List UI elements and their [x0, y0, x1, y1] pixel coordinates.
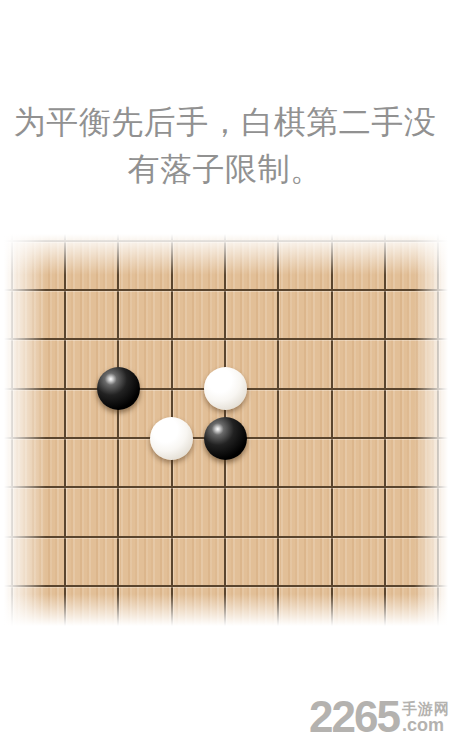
black-stone: [97, 367, 140, 410]
grid-line-vertical: [384, 233, 386, 628]
white-stone: [150, 417, 193, 460]
grid-line-vertical: [11, 233, 13, 628]
watermark-number: 2265: [309, 699, 399, 735]
tutorial-caption: 为平衡先后手，白棋第二手没 有落子限制。: [0, 99, 450, 193]
grid-line-vertical: [277, 233, 279, 628]
caption-line-2: 有落子限制。: [0, 146, 450, 193]
watermark-site-name: 手游网: [402, 701, 450, 716]
grid-line-vertical: [117, 233, 119, 628]
grid-line-horizontal: [0, 585, 450, 587]
grid-line-vertical: [64, 233, 66, 628]
grid-line-horizontal: [0, 289, 450, 291]
grid-line-horizontal: [0, 338, 450, 340]
grid-line-horizontal: [0, 536, 450, 538]
grid-line-horizontal: [0, 486, 450, 488]
grid-line-horizontal: [0, 240, 450, 242]
grid-line-vertical: [331, 233, 333, 628]
gomoku-board: [0, 233, 450, 628]
black-stone: [204, 417, 247, 460]
tutorial-page: 为平衡先后手，白棋第二手没 有落子限制。 2265 手游网 .com: [0, 0, 450, 750]
caption-line-1: 为平衡先后手，白棋第二手没: [0, 99, 450, 146]
watermark: 2265 手游网 .com: [309, 699, 450, 735]
watermark-dotcom: .com: [402, 716, 444, 734]
grid-line-vertical: [437, 233, 439, 628]
white-stone: [204, 367, 247, 410]
watermark-side: 手游网 .com: [402, 699, 450, 734]
